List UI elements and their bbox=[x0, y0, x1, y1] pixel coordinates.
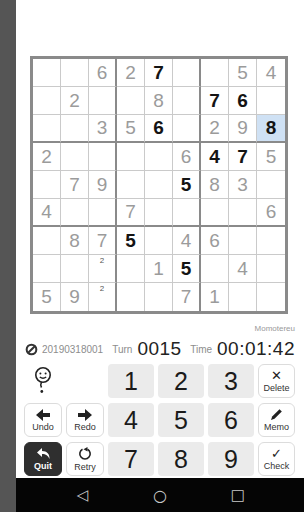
nav-back-icon[interactable]: ◁ bbox=[76, 488, 88, 503]
status-bar: 20190318001 Turn 0015 Time 00:01:42 bbox=[25, 337, 295, 361]
nav-home-icon[interactable]: ○ bbox=[153, 488, 167, 503]
cell-r9c3[interactable]: 2 bbox=[89, 283, 117, 311]
cell-r3c5[interactable]: 6 bbox=[145, 115, 173, 143]
cell-r1c7[interactable] bbox=[201, 59, 229, 87]
digit-4-button[interactable]: 4 bbox=[108, 403, 154, 437]
digit-7-button[interactable]: 7 bbox=[108, 442, 154, 476]
player-name: Momotereu bbox=[255, 324, 295, 333]
cell-r1c3[interactable]: 6 bbox=[89, 59, 117, 87]
sudoku-board: 6275428763562982647579583476875462154592… bbox=[30, 56, 288, 314]
cell-r1c8[interactable]: 5 bbox=[229, 59, 257, 87]
cell-r1c6[interactable] bbox=[173, 59, 201, 87]
quit-button[interactable]: Quit bbox=[24, 442, 62, 476]
sudoku-app-screen: 6275428763562982647579583476875462154592… bbox=[16, 0, 304, 512]
retry-button[interactable]: Retry bbox=[66, 442, 104, 476]
cell-r9c6[interactable]: 7 bbox=[173, 283, 201, 311]
undo-button[interactable]: Undo bbox=[24, 403, 62, 437]
undo-arrow-icon bbox=[35, 409, 51, 421]
cell-r7c4[interactable]: 5 bbox=[117, 227, 145, 255]
cell-r8c7[interactable] bbox=[201, 255, 229, 283]
memo-marks: 2 bbox=[90, 284, 114, 310]
cell-r2c5[interactable]: 8 bbox=[145, 87, 173, 115]
undo-label: Undo bbox=[32, 422, 54, 432]
nav-recent-icon[interactable]: □ bbox=[231, 488, 245, 503]
cell-r9c5[interactable] bbox=[145, 283, 173, 311]
cell-r7c3[interactable]: 7 bbox=[89, 227, 117, 255]
timer: 00:01:42 bbox=[217, 338, 295, 360]
turn-label: Turn bbox=[112, 344, 132, 355]
hint-button[interactable] bbox=[24, 364, 62, 398]
cell-r7c5[interactable] bbox=[145, 227, 173, 255]
cell-r6c2[interactable] bbox=[61, 199, 89, 227]
cell-r9c2[interactable]: 9 bbox=[61, 283, 89, 311]
cell-r8c4[interactable] bbox=[117, 255, 145, 283]
digit-3-button[interactable]: 3 bbox=[208, 364, 254, 398]
digit-6-button[interactable]: 6 bbox=[208, 403, 254, 437]
check-button[interactable]: ✓ Check bbox=[258, 442, 295, 476]
cell-r5c6[interactable]: 5 bbox=[173, 171, 201, 199]
cell-r2c2[interactable]: 2 bbox=[61, 87, 89, 115]
cell-r6c3[interactable] bbox=[89, 199, 117, 227]
check-label: Check bbox=[264, 461, 290, 471]
cell-r3c9[interactable]: 8 bbox=[257, 115, 285, 143]
puzzle-id: 20190318001 bbox=[42, 344, 103, 355]
cell-r2c1[interactable] bbox=[33, 87, 61, 115]
digit-9-button[interactable]: 9 bbox=[208, 442, 254, 476]
cell-r7c2[interactable]: 8 bbox=[61, 227, 89, 255]
cell-r5c4[interactable] bbox=[117, 171, 145, 199]
cell-r3c4[interactable]: 5 bbox=[117, 115, 145, 143]
cell-r6c7[interactable] bbox=[201, 199, 229, 227]
keypad: 1 2 3 ✕ Delete Undo Redo 4 5 6 bbox=[24, 364, 295, 476]
cell-r8c9[interactable] bbox=[257, 255, 285, 283]
check-icon: ✓ bbox=[271, 447, 282, 460]
cell-r7c7[interactable]: 6 bbox=[201, 227, 229, 255]
cell-r2c9[interactable] bbox=[257, 87, 285, 115]
cell-r4c1[interactable]: 2 bbox=[33, 143, 61, 171]
digit-2-button[interactable]: 2 bbox=[158, 364, 204, 398]
cell-r3c8[interactable]: 9 bbox=[229, 115, 257, 143]
quit-label: Quit bbox=[34, 461, 52, 471]
memo-button[interactable]: Memo bbox=[258, 403, 295, 437]
cell-r1c2[interactable] bbox=[61, 59, 89, 87]
cell-r2c6[interactable] bbox=[173, 87, 201, 115]
cell-r9c1[interactable]: 5 bbox=[33, 283, 61, 311]
cell-r8c6[interactable]: 5 bbox=[173, 255, 201, 283]
retry-label: Retry bbox=[74, 462, 96, 472]
cell-r9c9[interactable] bbox=[257, 283, 285, 311]
cell-r2c3[interactable] bbox=[89, 87, 117, 115]
cell-r9c7[interactable]: 1 bbox=[201, 283, 229, 311]
cell-r8c2[interactable] bbox=[61, 255, 89, 283]
cell-r7c6[interactable]: 4 bbox=[173, 227, 201, 255]
cell-r4c3[interactable] bbox=[89, 143, 117, 171]
cell-r3c7[interactable]: 2 bbox=[201, 115, 229, 143]
cell-r4c5[interactable] bbox=[145, 143, 173, 171]
redo-arrow-icon bbox=[77, 409, 93, 421]
cell-r3c1[interactable] bbox=[33, 115, 61, 143]
hint-smiley-icon bbox=[31, 366, 55, 396]
cell-r5c2[interactable]: 7 bbox=[61, 171, 89, 199]
cell-r7c1[interactable] bbox=[33, 227, 61, 255]
digit-8-button[interactable]: 8 bbox=[158, 442, 204, 476]
redo-label: Redo bbox=[74, 422, 96, 432]
cell-r2c7[interactable]: 7 bbox=[201, 87, 229, 115]
cell-r4c6[interactable]: 6 bbox=[173, 143, 201, 171]
android-navbar: ◁ ○ □ bbox=[16, 478, 304, 512]
sudoku-grid: 6275428763562982647579583476875462154592… bbox=[33, 59, 285, 311]
cell-r5c7[interactable]: 8 bbox=[201, 171, 229, 199]
memo-marks: 2 bbox=[90, 256, 114, 281]
cell-r2c4[interactable] bbox=[117, 87, 145, 115]
cell-r6c9[interactable]: 6 bbox=[257, 199, 285, 227]
digit-1-button[interactable]: 1 bbox=[108, 364, 154, 398]
delete-x-icon: ✕ bbox=[271, 369, 282, 382]
retry-circular-arrow-icon bbox=[78, 447, 92, 461]
memo-label: Memo bbox=[264, 422, 289, 432]
cell-r8c8[interactable]: 4 bbox=[229, 255, 257, 283]
cell-r8c3[interactable]: 2 bbox=[89, 255, 117, 283]
cell-r6c5[interactable] bbox=[145, 199, 173, 227]
cell-r4c2[interactable] bbox=[61, 143, 89, 171]
cell-r5c8[interactable]: 3 bbox=[229, 171, 257, 199]
cell-r5c3[interactable]: 9 bbox=[89, 171, 117, 199]
cell-r3c2[interactable] bbox=[61, 115, 89, 143]
pencil-icon bbox=[270, 408, 283, 421]
cell-r6c6[interactable] bbox=[173, 199, 201, 227]
redo-button[interactable]: Redo bbox=[66, 403, 104, 437]
cell-r1c1[interactable] bbox=[33, 59, 61, 87]
cell-r8c1[interactable] bbox=[33, 255, 61, 283]
cell-r9c8[interactable] bbox=[229, 283, 257, 311]
cell-r3c3[interactable]: 3 bbox=[89, 115, 117, 143]
cell-r7c9[interactable] bbox=[257, 227, 285, 255]
cell-r4c8[interactable]: 7 bbox=[229, 143, 257, 171]
cell-r7c8[interactable] bbox=[229, 227, 257, 255]
cell-r6c1[interactable]: 4 bbox=[33, 199, 61, 227]
cell-r9c4[interactable] bbox=[117, 283, 145, 311]
keypad-spacer bbox=[66, 364, 104, 398]
quit-return-arrow-icon bbox=[36, 448, 51, 460]
cell-r5c9[interactable] bbox=[257, 171, 285, 199]
digit-5-button[interactable]: 5 bbox=[158, 403, 204, 437]
cell-r6c4[interactable]: 7 bbox=[117, 199, 145, 227]
cell-r4c9[interactable]: 5 bbox=[257, 143, 285, 171]
cell-r4c7[interactable]: 4 bbox=[201, 143, 229, 171]
sound-off-icon bbox=[25, 343, 38, 356]
cell-r5c1[interactable] bbox=[33, 171, 61, 199]
cell-r5c5[interactable] bbox=[145, 171, 173, 199]
cell-r2c8[interactable]: 6 bbox=[229, 87, 257, 115]
turn-counter: 0015 bbox=[137, 338, 181, 360]
cell-r3c6[interactable] bbox=[173, 115, 201, 143]
cell-r8c5[interactable]: 1 bbox=[145, 255, 173, 283]
cell-r1c4[interactable]: 2 bbox=[117, 59, 145, 87]
cell-r1c9[interactable]: 4 bbox=[257, 59, 285, 87]
cell-r1c5[interactable]: 7 bbox=[145, 59, 173, 87]
delete-button[interactable]: ✕ Delete bbox=[258, 364, 295, 398]
delete-label: Delete bbox=[263, 383, 289, 393]
cell-r4c4[interactable] bbox=[117, 143, 145, 171]
time-label: Time bbox=[190, 344, 212, 355]
cell-r6c8[interactable] bbox=[229, 199, 257, 227]
